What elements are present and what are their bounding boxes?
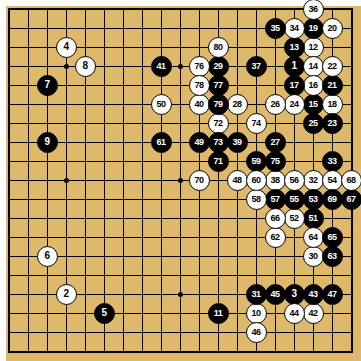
stone-black-5: 5 (94, 303, 115, 324)
stone-white-10: 10 (246, 303, 267, 324)
stone-black-79: 79 (208, 94, 229, 115)
stone-black-71: 71 (208, 151, 229, 172)
stone-white-8: 8 (75, 56, 96, 77)
stone-black-35: 35 (265, 18, 286, 39)
stone-black-65: 65 (322, 227, 343, 248)
stone-white-66: 66 (265, 208, 286, 229)
stone-black-19: 19 (303, 18, 324, 39)
stone-black-53: 53 (303, 189, 324, 210)
stone-black-29: 29 (208, 56, 229, 77)
stone-white-62: 62 (265, 227, 286, 248)
stone-black-13: 13 (284, 37, 305, 58)
stone-black-73: 73 (208, 132, 229, 153)
stone-white-42: 42 (303, 303, 324, 324)
stone-black-11: 11 (208, 303, 229, 324)
stone-white-50: 50 (151, 94, 172, 115)
stone-white-24: 24 (284, 94, 305, 115)
stone-white-26: 26 (265, 94, 286, 115)
stone-black-37: 37 (246, 56, 267, 77)
stone-black-63: 63 (322, 246, 343, 267)
stone-black-77: 77 (208, 75, 229, 96)
stone-white-4: 4 (56, 37, 77, 58)
stone-black-47: 47 (322, 284, 343, 305)
stone-white-34: 34 (284, 18, 305, 39)
stone-black-43: 43 (303, 284, 324, 305)
stone-black-33: 33 (322, 151, 343, 172)
stone-white-38: 38 (265, 170, 286, 191)
stone-white-40: 40 (189, 94, 210, 115)
stone-black-51: 51 (303, 208, 324, 229)
stone-black-45: 45 (265, 284, 286, 305)
stone-white-56: 56 (284, 170, 305, 191)
stone-black-57: 57 (265, 189, 286, 210)
stone-black-39: 39 (227, 132, 248, 153)
stone-white-12: 12 (303, 37, 324, 58)
stone-black-31: 31 (246, 284, 267, 305)
stone-white-70: 70 (189, 170, 210, 191)
stone-white-72: 72 (208, 113, 229, 134)
stone-black-25: 25 (303, 113, 324, 134)
stone-black-23: 23 (322, 113, 343, 134)
stone-black-49: 49 (189, 132, 210, 153)
stone-white-20: 20 (322, 18, 343, 39)
stone-white-54: 54 (322, 170, 343, 191)
stone-black-15: 15 (303, 94, 324, 115)
stone-white-2: 2 (56, 284, 77, 305)
go-kifu-diagram: 1234567891011121314151617181920212223242… (0, 0, 361, 361)
stone-black-3: 3 (284, 284, 305, 305)
stone-white-78: 78 (189, 75, 210, 96)
stone-black-55: 55 (284, 189, 305, 210)
stone-black-75: 75 (265, 151, 286, 172)
stone-black-69: 69 (322, 189, 343, 210)
stone-white-74: 74 (246, 113, 267, 134)
stone-black-7: 7 (37, 75, 58, 96)
stone-black-41: 41 (151, 56, 172, 77)
stone-white-68: 68 (341, 170, 361, 191)
stone-white-52: 52 (284, 208, 305, 229)
stone-white-60: 60 (246, 170, 267, 191)
stone-black-27: 27 (265, 132, 286, 153)
stone-black-67: 67 (341, 189, 361, 210)
stone-white-22: 22 (322, 56, 343, 77)
stone-white-46: 46 (246, 322, 267, 343)
stone-white-14: 14 (303, 56, 324, 77)
stone-white-16: 16 (303, 75, 324, 96)
go-board: 1234567891011121314151617181920212223242… (0, 0, 361, 361)
stone-white-28: 28 (227, 94, 248, 115)
stone-white-48: 48 (227, 170, 248, 191)
stone-black-59: 59 (246, 151, 267, 172)
stone-white-6: 6 (37, 246, 58, 267)
stone-black-61: 61 (151, 132, 172, 153)
stone-white-30: 30 (303, 246, 324, 267)
stone-white-64: 64 (303, 227, 324, 248)
stone-white-58: 58 (246, 189, 267, 210)
stone-black-17: 17 (284, 75, 305, 96)
stone-white-80: 80 (208, 37, 229, 58)
stone-white-36: 36 (303, 0, 324, 20)
stone-white-32: 32 (303, 170, 324, 191)
stone-black-1: 1 (284, 56, 305, 77)
stone-white-44: 44 (284, 303, 305, 324)
stone-black-21: 21 (322, 75, 343, 96)
stone-black-9: 9 (37, 132, 58, 153)
stone-white-18: 18 (322, 94, 343, 115)
stone-white-76: 76 (189, 56, 210, 77)
